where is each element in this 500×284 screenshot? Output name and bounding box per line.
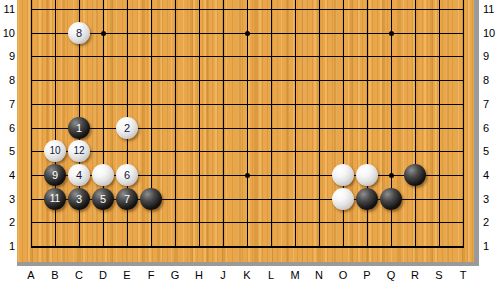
stone-white-O3[interactable] — [332, 188, 354, 210]
row-label-right-8: 8 — [483, 73, 499, 87]
col-label-A: A — [21, 268, 41, 282]
col-label-O: O — [333, 268, 353, 282]
grid-line-col-L — [271, 0, 272, 248]
grid-line-col-M — [295, 0, 296, 248]
grid-line-row-6 — [31, 128, 464, 129]
row-label-right-9: 9 — [483, 49, 499, 63]
stone-white-C4[interactable]: 4 — [68, 164, 90, 186]
col-label-J: J — [213, 268, 233, 282]
star-point-Q4 — [389, 173, 394, 178]
col-label-F: F — [141, 268, 161, 282]
go-diagram: 812101294611357 1110987654321 1110987654… — [0, 0, 500, 284]
stone-black-B3[interactable]: 11 — [44, 188, 66, 210]
star-point-Q10 — [389, 31, 394, 36]
stone-black-C3[interactable]: 3 — [68, 188, 90, 210]
stone-black-E3[interactable]: 7 — [116, 188, 138, 210]
row-label-right-10: 10 — [483, 26, 499, 40]
col-label-N: N — [309, 268, 329, 282]
row-label-right-1: 1 — [483, 239, 499, 253]
col-label-R: R — [405, 268, 425, 282]
row-label-right-3: 3 — [483, 192, 499, 206]
col-label-T: T — [453, 268, 473, 282]
col-label-S: S — [429, 268, 449, 282]
row-label-left-11: 11 — [0, 2, 15, 16]
stone-black-P3[interactable] — [356, 188, 378, 210]
stone-white-C5[interactable]: 12 — [68, 140, 90, 162]
row-label-left-7: 7 — [0, 97, 15, 111]
col-label-C: C — [69, 268, 89, 282]
stone-black-Q3[interactable] — [380, 188, 402, 210]
row-label-left-8: 8 — [0, 73, 15, 87]
col-label-D: D — [93, 268, 113, 282]
stone-black-C6[interactable]: 1 — [68, 117, 90, 139]
row-label-right-7: 7 — [483, 97, 499, 111]
grid-line-col-A — [31, 0, 32, 248]
grid-line-col-J — [223, 0, 224, 248]
stone-black-R4[interactable] — [404, 164, 426, 186]
stone-white-E6[interactable]: 2 — [116, 117, 138, 139]
row-label-right-5: 5 — [483, 144, 499, 158]
grid-line-row-5 — [31, 151, 464, 152]
grid-line-col-N — [319, 0, 320, 248]
grid-line-col-S — [439, 0, 440, 248]
star-point-K10 — [245, 31, 250, 36]
grid-line-col-T — [463, 0, 464, 248]
stone-black-B4[interactable]: 9 — [44, 164, 66, 186]
row-label-right-6: 6 — [483, 121, 499, 135]
stone-black-D3[interactable]: 5 — [92, 188, 114, 210]
stone-white-B5[interactable]: 10 — [44, 140, 66, 162]
row-label-left-2: 2 — [0, 215, 15, 229]
grid-line-row-2 — [31, 222, 464, 223]
grid-line-row-1 — [31, 246, 464, 248]
col-label-P: P — [357, 268, 377, 282]
star-point-D10 — [101, 31, 106, 36]
grid-line-col-D — [103, 0, 104, 248]
grid-line-row-9 — [31, 56, 464, 57]
stone-white-O4[interactable] — [332, 164, 354, 186]
grid-line-col-H — [199, 0, 200, 248]
col-label-K: K — [237, 268, 257, 282]
grid-line-col-R — [415, 0, 416, 248]
grid-line-row-11 — [31, 9, 464, 10]
row-label-left-9: 9 — [0, 49, 15, 63]
col-label-G: G — [165, 268, 185, 282]
col-label-B: B — [45, 268, 65, 282]
grid-line-col-F — [151, 0, 152, 248]
row-label-left-1: 1 — [0, 239, 15, 253]
go-board[interactable]: 812101294611357 — [17, 0, 479, 266]
grid-line-col-G — [175, 0, 176, 248]
row-label-right-11: 11 — [483, 2, 499, 16]
grid-line-col-B — [55, 0, 56, 248]
row-label-right-2: 2 — [483, 215, 499, 229]
row-label-left-6: 6 — [0, 121, 15, 135]
stone-white-C10[interactable]: 8 — [68, 22, 90, 44]
grid-line-col-Q — [391, 0, 392, 248]
grid-line-col-P — [367, 0, 368, 248]
col-label-M: M — [285, 268, 305, 282]
row-label-right-4: 4 — [483, 168, 499, 182]
col-label-H: H — [189, 268, 209, 282]
row-label-left-10: 10 — [0, 26, 15, 40]
grid-line-col-O — [343, 0, 344, 248]
stone-black-F3[interactable] — [140, 188, 162, 210]
row-label-left-4: 4 — [0, 168, 15, 182]
col-label-L: L — [261, 268, 281, 282]
row-label-left-3: 3 — [0, 192, 15, 206]
row-label-left-5: 5 — [0, 144, 15, 158]
star-point-K4 — [245, 173, 250, 178]
stone-white-E4[interactable]: 6 — [116, 164, 138, 186]
col-label-Q: Q — [381, 268, 401, 282]
stone-white-P4[interactable] — [356, 164, 378, 186]
stone-white-D4[interactable] — [92, 164, 114, 186]
grid-line-row-8 — [31, 80, 464, 81]
grid-line-col-K — [247, 0, 248, 248]
col-label-E: E — [117, 268, 137, 282]
grid-line-row-7 — [31, 104, 464, 105]
